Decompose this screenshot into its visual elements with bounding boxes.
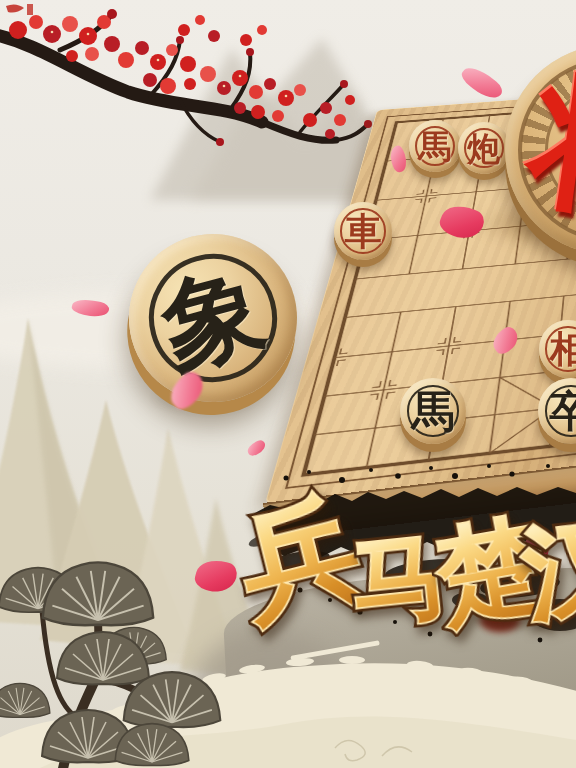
piece-glyph: 象 [152,257,274,379]
piece-red-cannon[interactable]: 炮 [458,122,510,174]
piece-red-chariot[interactable]: 車 [334,202,392,260]
piece-glyph: 炮 [468,132,501,165]
piece-glyph: 相 [550,331,576,368]
piece-glyph: 卒 [550,390,576,433]
piece-red-horse[interactable]: 馬 [409,120,461,172]
ink-splash [0,0,576,768]
piece-glyph: 将 [523,62,576,229]
piece-black-horse[interactable]: 馬 [400,378,466,444]
splash-screen: 馬 炮 車 馬 相 卒 将 象 兵兵兵 马马马 楚楚楚 汉汉汉 [0,0,576,768]
piece-glyph: 車 [345,213,382,250]
piece-glyph: 馬 [419,130,452,163]
piece-glyph: 馬 [412,390,455,433]
